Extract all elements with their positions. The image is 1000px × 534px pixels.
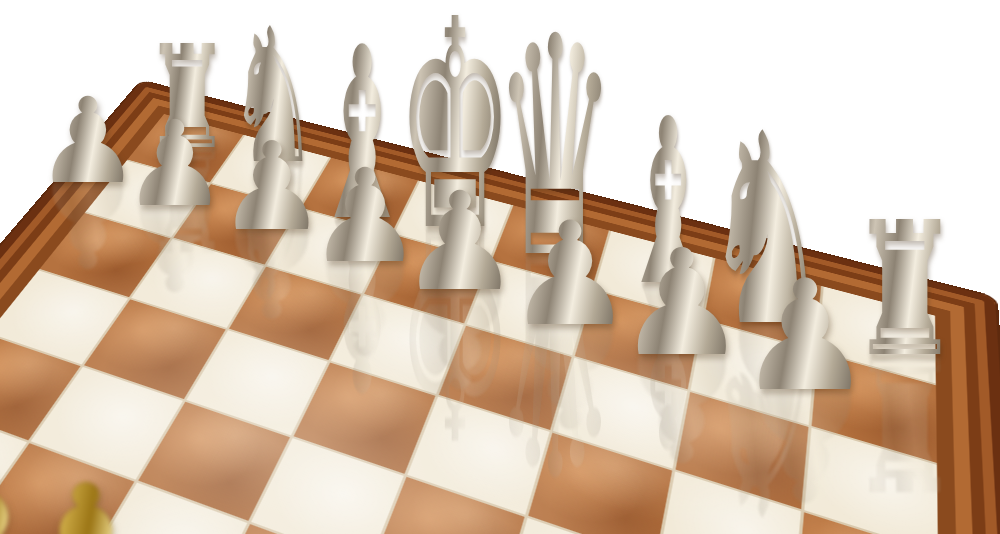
chess-set-photo: ♜♞♟♟♝♚♟♛♟♝♟♞♟♜♟♟♜♞♟♟♝♚♟♛♟♝♟♞♟♜♟♟♟♟ bbox=[0, 0, 1000, 534]
piece-white-pawn-b2[interactable]: ♟ bbox=[616, 230, 748, 377]
piece-white-pawn-d2[interactable]: ♟ bbox=[399, 174, 521, 310]
piece-white-pawn-a2[interactable]: ♟ bbox=[736, 260, 873, 413]
piece-white-pawn-c2[interactable]: ♟ bbox=[506, 203, 634, 346]
piece-black-pawn-g7[interactable]: ♟ bbox=[0, 448, 58, 534]
piece-white-pawn-g2[interactable]: ♟ bbox=[122, 105, 228, 223]
